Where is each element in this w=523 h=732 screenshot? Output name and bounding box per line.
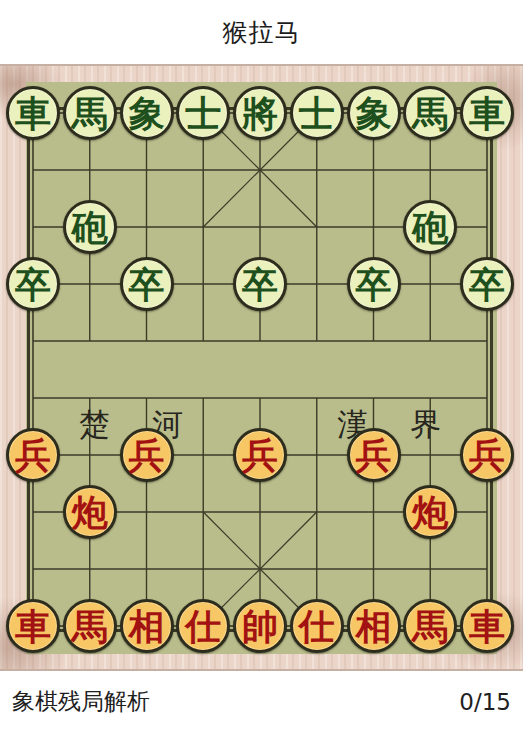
piece-red-相[interactable]: 相 <box>120 599 174 653</box>
piece-red-相[interactable]: 相 <box>347 599 401 653</box>
piece-red-炮[interactable]: 炮 <box>403 485 457 539</box>
piece-black-馬[interactable]: 馬 <box>63 86 117 140</box>
status-label: 象棋残局解析 <box>12 686 150 717</box>
xiangqi-board[interactable]: 楚河 漢界 車馬象士將士象馬車砲砲卒卒卒卒卒兵兵兵兵兵炮炮車馬相仕帥仕相馬車 <box>0 64 523 671</box>
piece-black-馬[interactable]: 馬 <box>403 86 457 140</box>
piece-black-象[interactable]: 象 <box>347 86 401 140</box>
piece-red-兵[interactable]: 兵 <box>233 428 287 482</box>
piece-red-車[interactable]: 車 <box>6 599 60 653</box>
piece-black-象[interactable]: 象 <box>120 86 174 140</box>
piece-black-士[interactable]: 士 <box>290 86 344 140</box>
piece-red-兵[interactable]: 兵 <box>460 428 514 482</box>
piece-red-仕[interactable]: 仕 <box>290 599 344 653</box>
page-title: 猴拉马 <box>223 16 301 49</box>
piece-black-卒[interactable]: 卒 <box>6 257 60 311</box>
piece-black-士[interactable]: 士 <box>176 86 230 140</box>
piece-red-帥[interactable]: 帥 <box>233 599 287 653</box>
piece-red-兵[interactable]: 兵 <box>6 428 60 482</box>
piece-black-卒[interactable]: 卒 <box>233 257 287 311</box>
piece-black-車[interactable]: 車 <box>460 86 514 140</box>
board-grid-svg <box>26 106 494 633</box>
piece-black-將[interactable]: 將 <box>233 86 287 140</box>
piece-black-砲[interactable]: 砲 <box>63 200 117 254</box>
piece-black-卒[interactable]: 卒 <box>120 257 174 311</box>
title-bar: 猴拉马 <box>0 0 523 64</box>
status-bar: 象棋残局解析 0/15 <box>0 671 523 732</box>
piece-red-炮[interactable]: 炮 <box>63 485 117 539</box>
xiangqi-app: 猴拉马 楚河 漢界 車馬象士將士象馬車砲砲卒卒卒卒卒兵兵兵兵兵炮炮車馬相仕帥仕相… <box>0 0 523 732</box>
piece-red-車[interactable]: 車 <box>460 599 514 653</box>
piece-black-卒[interactable]: 卒 <box>347 257 401 311</box>
piece-black-砲[interactable]: 砲 <box>403 200 457 254</box>
piece-black-車[interactable]: 車 <box>6 86 60 140</box>
piece-black-卒[interactable]: 卒 <box>460 257 514 311</box>
piece-red-兵[interactable]: 兵 <box>120 428 174 482</box>
piece-red-兵[interactable]: 兵 <box>347 428 401 482</box>
progress-counter: 0/15 <box>459 689 511 715</box>
piece-red-仕[interactable]: 仕 <box>176 599 230 653</box>
piece-red-馬[interactable]: 馬 <box>403 599 457 653</box>
piece-red-馬[interactable]: 馬 <box>63 599 117 653</box>
